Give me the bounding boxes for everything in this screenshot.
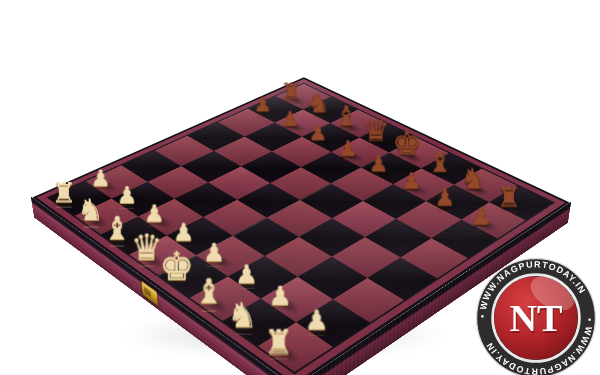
white-bishop: ♝ (103, 212, 132, 244)
black-king: ♚ (393, 127, 423, 160)
white-pawn: ♟ (173, 220, 195, 244)
white-bishop: ♝ (193, 274, 224, 309)
black-pawn: ♟ (401, 170, 421, 193)
black-pawn: ♟ (435, 187, 456, 210)
black-pawn: ♟ (470, 205, 491, 229)
black-queen: ♛ (363, 114, 390, 144)
black-bishop: ♝ (335, 103, 359, 130)
white-pawn: ♟ (117, 184, 138, 207)
black-rook: ♜ (497, 183, 522, 210)
nt-monogram: NT (509, 297, 562, 339)
black-bishop: ♝ (427, 147, 453, 176)
white-rook: ♜ (264, 325, 294, 358)
white-queen: ♛ (130, 229, 162, 265)
white-rook: ♜ (52, 179, 76, 206)
white-pawn: ♟ (269, 283, 293, 309)
black-pawn: ♟ (254, 95, 272, 115)
black-knight: ♞ (307, 91, 330, 117)
black-pawn: ♟ (369, 153, 389, 175)
white-pawn: ♟ (91, 167, 111, 190)
white-pawn: ♟ (235, 261, 258, 287)
black-knight: ♞ (461, 164, 487, 193)
black-pawn: ♟ (281, 109, 300, 130)
white-pawn: ♟ (203, 240, 225, 265)
white-pawn: ♟ (305, 306, 329, 333)
white-knight: ♞ (77, 195, 104, 225)
product-photo: ♜♞♝♛♚♝♞♜♟♟♟♟♟♟♟♟♟♟♟♟♟♟♟♟♜♞♝♛♚♝♞♜ (0, 0, 600, 375)
black-pawn: ♟ (309, 123, 328, 144)
white-king: ♚ (159, 247, 194, 286)
white-knight: ♞ (227, 299, 258, 333)
watermark-badge: • WWW.NAGPURTODAY.IN • WWW.NAGPURTODAY.I… (474, 256, 598, 375)
white-pawn: ♟ (144, 201, 165, 225)
black-rook: ♜ (281, 79, 302, 102)
black-pawn: ♟ (338, 138, 357, 160)
